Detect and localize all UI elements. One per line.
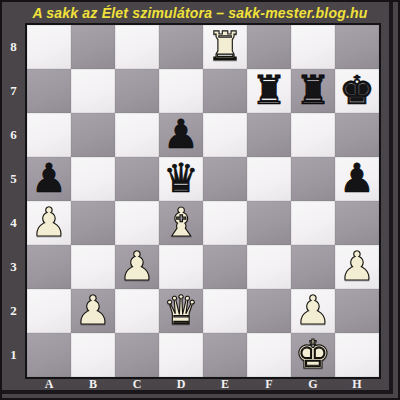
square-b7[interactable] [71,69,115,113]
square-d3[interactable] [159,245,203,289]
black-queen[interactable]: ♛ [163,158,199,198]
square-h8[interactable] [335,25,379,69]
square-c8[interactable] [115,25,159,69]
square-f2[interactable] [247,289,291,333]
square-e3[interactable] [203,245,247,289]
square-e6[interactable] [203,113,247,157]
square-f4[interactable] [247,201,291,245]
square-e2[interactable] [203,289,247,333]
square-e5[interactable] [203,157,247,201]
square-b2[interactable]: ♟ [71,289,115,333]
square-e1[interactable] [203,333,247,377]
square-h5[interactable]: ♟ [335,157,379,201]
frame-edge-horizontal [2,390,393,394]
square-g5[interactable] [291,157,335,201]
square-c5[interactable] [115,157,159,201]
square-f5[interactable] [247,157,291,201]
black-pawn[interactable]: ♟ [339,158,375,198]
square-d1[interactable] [159,333,203,377]
rank-label-3: 3 [2,245,25,289]
rank-label-4: 4 [2,201,25,245]
square-a3[interactable] [27,245,71,289]
square-a6[interactable] [27,113,71,157]
square-a5[interactable]: ♟ [27,157,71,201]
black-rook[interactable]: ♜ [251,70,287,110]
square-c4[interactable] [115,201,159,245]
square-b6[interactable] [71,113,115,157]
chess-diagram: A sakk az Élet szimulátora – sakk-mester… [0,0,400,400]
square-c1[interactable] [115,333,159,377]
square-c6[interactable] [115,113,159,157]
square-b4[interactable] [71,201,115,245]
square-f7[interactable]: ♜ [247,69,291,113]
white-pawn[interactable]: ♟ [31,202,67,242]
square-c2[interactable] [115,289,159,333]
square-d4[interactable]: ♝ [159,201,203,245]
square-a7[interactable] [27,69,71,113]
square-a1[interactable] [27,333,71,377]
white-pawn[interactable]: ♟ [339,246,375,286]
white-pawn[interactable]: ♟ [295,290,331,330]
rank-label-8: 8 [2,25,25,69]
square-e8[interactable]: ♜ [203,25,247,69]
square-g6[interactable] [291,113,335,157]
square-d5[interactable]: ♛ [159,157,203,201]
black-rook[interactable]: ♜ [295,70,331,110]
rank-label-5: 5 [2,157,25,201]
square-a8[interactable] [27,25,71,69]
square-b5[interactable] [71,157,115,201]
square-h2[interactable] [335,289,379,333]
black-pawn[interactable]: ♟ [163,114,199,154]
frame-edge-vertical [389,2,393,394]
square-f3[interactable] [247,245,291,289]
white-king[interactable]: ♚ [295,334,331,374]
rank-label-6: 6 [2,113,25,157]
rank-labels: 87654321 [2,25,25,377]
square-d8[interactable] [159,25,203,69]
square-d2[interactable]: ♛ [159,289,203,333]
square-g2[interactable]: ♟ [291,289,335,333]
square-g7[interactable]: ♜ [291,69,335,113]
white-rook[interactable]: ♜ [207,26,243,66]
square-a2[interactable] [27,289,71,333]
blog-title: A sakk az Élet szimulátora – sakk-mester… [32,5,367,21]
black-king[interactable]: ♚ [339,70,375,110]
square-h7[interactable]: ♚ [335,69,379,113]
square-f8[interactable] [247,25,291,69]
square-b3[interactable] [71,245,115,289]
white-pawn[interactable]: ♟ [119,246,155,286]
square-c7[interactable] [115,69,159,113]
rank-label-7: 7 [2,69,25,113]
square-g3[interactable] [291,245,335,289]
square-d7[interactable] [159,69,203,113]
square-h1[interactable] [335,333,379,377]
square-h3[interactable]: ♟ [335,245,379,289]
black-pawn[interactable]: ♟ [31,158,67,198]
square-h6[interactable] [335,113,379,157]
square-f1[interactable] [247,333,291,377]
square-g1[interactable]: ♚ [291,333,335,377]
rank-label-2: 2 [2,289,25,333]
square-a4[interactable]: ♟ [27,201,71,245]
square-b1[interactable] [71,333,115,377]
square-g8[interactable] [291,25,335,69]
square-h4[interactable] [335,201,379,245]
square-g4[interactable] [291,201,335,245]
square-e4[interactable] [203,201,247,245]
rank-label-1: 1 [2,333,25,377]
square-b8[interactable] [71,25,115,69]
chess-board: ♜♜♜♚♟♟♛♟♟♝♟♟♟♛♟♚ [25,23,381,379]
white-queen[interactable]: ♛ [163,290,199,330]
title-bar: A sakk az Élet szimulátora – sakk-mester… [2,2,398,23]
white-bishop[interactable]: ♝ [163,202,199,242]
square-d6[interactable]: ♟ [159,113,203,157]
square-e7[interactable] [203,69,247,113]
square-f6[interactable] [247,113,291,157]
square-c3[interactable]: ♟ [115,245,159,289]
white-pawn[interactable]: ♟ [75,290,111,330]
